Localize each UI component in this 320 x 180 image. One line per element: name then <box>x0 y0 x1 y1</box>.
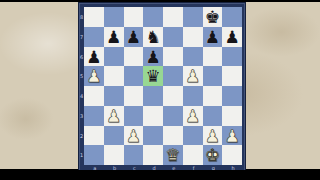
piece-white-pawn[interactable]: ♟ <box>203 126 223 146</box>
square-f5[interactable]: ♟ <box>183 66 203 86</box>
square-h7[interactable]: ♟ <box>222 27 242 47</box>
square-h3[interactable] <box>222 106 242 126</box>
square-e8[interactable] <box>163 7 183 27</box>
square-c7[interactable]: ♟ <box>124 27 144 47</box>
square-c1[interactable] <box>124 145 144 165</box>
rank-label-6: 6 <box>79 48 84 68</box>
square-d6[interactable]: ♟ <box>143 47 163 67</box>
piece-black-queen[interactable]: ♛ <box>143 66 163 86</box>
square-c6[interactable] <box>124 47 144 67</box>
letterbox-top <box>0 0 320 2</box>
square-b6[interactable] <box>104 47 124 67</box>
piece-white-pawn[interactable]: ♟ <box>222 126 242 146</box>
square-e4[interactable] <box>163 86 183 106</box>
square-d8[interactable] <box>143 7 163 27</box>
square-f2[interactable] <box>183 126 203 146</box>
square-g5[interactable] <box>203 66 223 86</box>
piece-black-pawn[interactable]: ♟ <box>84 47 104 67</box>
square-e2[interactable] <box>163 126 183 146</box>
piece-black-pawn[interactable]: ♟ <box>203 27 223 47</box>
square-h2[interactable]: ♟ <box>222 126 242 146</box>
rank-labels: 87654321 <box>79 8 84 166</box>
rank-label-5: 5 <box>79 67 84 87</box>
rank-label-4: 4 <box>79 87 84 107</box>
rank-label-2: 2 <box>79 127 84 147</box>
square-a5[interactable]: ♟ <box>84 66 104 86</box>
square-g6[interactable] <box>203 47 223 67</box>
square-h4[interactable] <box>222 86 242 106</box>
square-f6[interactable] <box>183 47 203 67</box>
letterbox-bottom <box>0 170 320 180</box>
square-b4[interactable] <box>104 86 124 106</box>
square-h1[interactable] <box>222 145 242 165</box>
rank-label-7: 7 <box>79 28 84 48</box>
piece-black-pawn[interactable]: ♟ <box>104 27 124 47</box>
square-a2[interactable] <box>84 126 104 146</box>
square-b3[interactable]: ♟ <box>104 106 124 126</box>
chess-board: 87654321 ♚♟♟♞♟♟♟♟♟♛♟♟♟♟♟♟♛♚ abcdefgh <box>78 2 246 172</box>
square-f7[interactable] <box>183 27 203 47</box>
rank-label-8: 8 <box>79 8 84 28</box>
square-c2[interactable]: ♟ <box>124 126 144 146</box>
rank-label-3: 3 <box>79 107 84 127</box>
square-e3[interactable] <box>163 106 183 126</box>
square-d7[interactable]: ♞ <box>143 27 163 47</box>
square-b5[interactable] <box>104 66 124 86</box>
square-g4[interactable] <box>203 86 223 106</box>
square-d4[interactable] <box>143 86 163 106</box>
square-h5[interactable] <box>222 66 242 86</box>
piece-black-pawn[interactable]: ♟ <box>222 27 242 47</box>
square-b7[interactable]: ♟ <box>104 27 124 47</box>
square-b8[interactable] <box>104 7 124 27</box>
square-g8[interactable]: ♚ <box>203 7 223 27</box>
square-f4[interactable] <box>183 86 203 106</box>
square-a1[interactable] <box>84 145 104 165</box>
square-d5[interactable]: ♛ <box>143 66 163 86</box>
square-a4[interactable] <box>84 86 104 106</box>
square-f3[interactable]: ♟ <box>183 106 203 126</box>
square-f8[interactable] <box>183 7 203 27</box>
board-grid: ♚♟♟♞♟♟♟♟♟♛♟♟♟♟♟♟♛♚ <box>84 7 242 165</box>
square-e6[interactable] <box>163 47 183 67</box>
square-b2[interactable] <box>104 126 124 146</box>
square-g7[interactable]: ♟ <box>203 27 223 47</box>
square-e5[interactable] <box>163 66 183 86</box>
piece-white-queen[interactable]: ♛ <box>163 145 183 165</box>
square-a6[interactable]: ♟ <box>84 47 104 67</box>
square-g1[interactable]: ♚ <box>203 145 223 165</box>
piece-white-pawn[interactable]: ♟ <box>183 106 203 126</box>
piece-white-king[interactable]: ♚ <box>203 145 223 165</box>
square-c3[interactable] <box>124 106 144 126</box>
square-a3[interactable] <box>84 106 104 126</box>
piece-black-pawn[interactable]: ♟ <box>124 27 144 47</box>
square-h8[interactable] <box>222 7 242 27</box>
piece-white-pawn[interactable]: ♟ <box>183 66 203 86</box>
piece-black-pawn[interactable]: ♟ <box>143 47 163 67</box>
piece-white-pawn[interactable]: ♟ <box>84 66 104 86</box>
square-h6[interactable] <box>222 47 242 67</box>
piece-black-king[interactable]: ♚ <box>203 7 223 27</box>
square-b1[interactable] <box>104 145 124 165</box>
square-d1[interactable] <box>143 145 163 165</box>
rank-label-1: 1 <box>79 146 84 166</box>
piece-white-pawn[interactable]: ♟ <box>104 106 124 126</box>
square-a8[interactable] <box>84 7 104 27</box>
video-frame: 87654321 ♚♟♟♞♟♟♟♟♟♛♟♟♟♟♟♟♛♚ abcdefgh <box>0 0 320 180</box>
piece-black-knight[interactable]: ♞ <box>143 27 163 47</box>
square-g3[interactable] <box>203 106 223 126</box>
piece-white-pawn[interactable]: ♟ <box>124 126 144 146</box>
square-c8[interactable] <box>124 7 144 27</box>
square-c5[interactable] <box>124 66 144 86</box>
square-c4[interactable] <box>124 86 144 106</box>
square-f1[interactable] <box>183 145 203 165</box>
square-d3[interactable] <box>143 106 163 126</box>
square-d2[interactable] <box>143 126 163 146</box>
square-a7[interactable] <box>84 27 104 47</box>
square-g2[interactable]: ♟ <box>203 126 223 146</box>
square-e1[interactable]: ♛ <box>163 145 183 165</box>
square-e7[interactable] <box>163 27 183 47</box>
